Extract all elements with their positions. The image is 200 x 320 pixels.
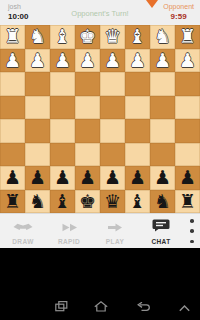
square-f8[interactable]: ♝ [50,190,75,214]
square-b2[interactable]: ♟ [150,49,175,73]
square-e5[interactable] [75,119,100,143]
black-knight: ♞ [29,192,46,211]
square-h4[interactable] [0,96,25,120]
overflow-menu-button[interactable] [187,219,197,243]
square-a8[interactable]: ♜ [175,190,200,214]
square-d6[interactable] [100,143,125,167]
white-king: ♚ [79,27,96,46]
white-pawn: ♟ [4,51,21,70]
chat-bubble-icon [152,218,170,236]
square-h3[interactable] [0,72,25,96]
recent-apps-icon[interactable] [55,298,68,316]
white-pawn: ♟ [154,51,171,70]
black-pawn: ♟ [54,168,71,187]
square-b7[interactable]: ♟ [150,166,175,190]
black-pawn: ♟ [4,168,21,187]
square-f3[interactable] [50,72,75,96]
square-c8[interactable]: ♝ [125,190,150,214]
square-c1[interactable]: ♝ [125,25,150,49]
square-a5[interactable] [175,119,200,143]
black-rook: ♜ [179,192,196,211]
square-a3[interactable] [175,72,200,96]
square-d2[interactable]: ♟ [100,49,125,73]
square-g8[interactable]: ♞ [25,190,50,214]
square-f5[interactable] [50,119,75,143]
square-g4[interactable] [25,96,50,120]
square-h5[interactable] [0,119,25,143]
white-pawn: ♟ [129,51,146,70]
black-king: ♚ [79,192,96,211]
square-g5[interactable] [25,119,50,143]
android-navbar [0,298,200,320]
square-a6[interactable] [175,143,200,167]
square-b4[interactable] [150,96,175,120]
square-g2[interactable]: ♟ [25,49,50,73]
white-pawn: ♟ [179,51,196,70]
rapid-button[interactable]: RAPID [46,217,92,245]
square-f2[interactable]: ♟ [50,49,75,73]
black-bishop: ♝ [54,192,71,211]
square-c7[interactable]: ♟ [125,166,150,190]
white-pawn: ♟ [54,51,71,70]
white-queen: ♛ [104,27,121,46]
chess-board[interactable]: ♜♞♝♚♛♝♞♜♟♟♟♟♟♟♟♟♟♟♟♟♟♟♟♟♜♞♝♚♛♝♞♜ [0,25,200,213]
black-bishop: ♝ [129,192,146,211]
square-g1[interactable]: ♞ [25,25,50,49]
square-b5[interactable] [150,119,175,143]
square-b3[interactable] [150,72,175,96]
square-d7[interactable]: ♟ [100,166,125,190]
square-d8[interactable]: ♛ [100,190,125,214]
square-e2[interactable]: ♟ [75,49,100,73]
square-b8[interactable]: ♞ [150,190,175,214]
white-bishop: ♝ [54,27,71,46]
game-header: josh 10:00 Opponent's Turn! Opponent 9:5… [0,0,200,25]
vertical-dots-icon [190,219,194,223]
square-g3[interactable] [25,72,50,96]
white-pawn: ♟ [29,51,46,70]
square-e4[interactable] [75,96,100,120]
chess-app: josh 10:00 Opponent's Turn! Opponent 9:5… [0,0,200,320]
square-g7[interactable]: ♟ [25,166,50,190]
white-rook: ♜ [179,27,196,46]
square-a2[interactable]: ♟ [175,49,200,73]
square-c2[interactable]: ♟ [125,49,150,73]
square-d5[interactable] [100,119,125,143]
handshake-icon [13,218,33,236]
black-pawn: ♟ [129,168,146,187]
black-knight: ♞ [154,192,171,211]
opponent-name: Opponent [163,3,194,12]
white-bishop: ♝ [129,27,146,46]
square-g6[interactable] [25,143,50,167]
square-h6[interactable] [0,143,25,167]
arrow-right-icon [107,218,123,236]
black-pawn: ♟ [154,168,171,187]
white-knight: ♞ [29,27,46,46]
square-h7[interactable]: ♟ [0,166,25,190]
square-d1[interactable]: ♛ [100,25,125,49]
black-rook: ♜ [4,192,21,211]
home-icon[interactable] [94,298,108,316]
play-button[interactable]: PLAY [92,217,138,245]
square-e8[interactable]: ♚ [75,190,100,214]
turn-triangle-icon [146,0,158,8]
square-f4[interactable] [50,96,75,120]
square-h8[interactable]: ♜ [0,190,25,214]
white-pawn: ♟ [79,51,96,70]
square-f1[interactable]: ♝ [50,25,75,49]
square-c3[interactable] [125,72,150,96]
square-c6[interactable] [125,143,150,167]
square-e6[interactable] [75,143,100,167]
square-e7[interactable]: ♟ [75,166,100,190]
chat-button[interactable]: CHAT [138,217,184,245]
square-a1[interactable]: ♜ [175,25,200,49]
square-a4[interactable] [175,96,200,120]
square-e3[interactable] [75,72,100,96]
black-pawn: ♟ [179,168,196,187]
square-c4[interactable] [125,96,150,120]
draw-label: DRAW [12,238,33,245]
chat-label: CHAT [151,238,170,245]
play-label: PLAY [106,238,124,245]
black-pawn: ♟ [104,168,121,187]
white-rook: ♜ [4,27,21,46]
square-f6[interactable] [50,143,75,167]
opponent-clock: 9:59 [163,12,194,22]
white-knight: ♞ [154,27,171,46]
draw-button[interactable]: DRAW [0,217,46,245]
square-a7[interactable]: ♟ [175,166,200,190]
square-h1[interactable]: ♜ [0,25,25,49]
square-d3[interactable] [100,72,125,96]
fast-forward-icon [61,218,78,236]
square-e1[interactable]: ♚ [75,25,100,49]
chevron-up-icon[interactable] [179,298,190,316]
square-b6[interactable] [150,143,175,167]
black-pawn: ♟ [29,168,46,187]
square-d4[interactable] [100,96,125,120]
rapid-label: RAPID [58,238,80,245]
white-pawn: ♟ [104,51,121,70]
back-icon[interactable] [137,298,151,316]
black-pawn: ♟ [79,168,96,187]
game-toolbar: DRAW RAPID PLAY [0,213,200,248]
black-queen: ♛ [104,192,121,211]
square-b1[interactable]: ♞ [150,25,175,49]
square-c5[interactable] [125,119,150,143]
opponent-info: Opponent 9:59 [163,3,194,22]
square-f7[interactable]: ♟ [50,166,75,190]
square-h2[interactable]: ♟ [0,49,25,73]
